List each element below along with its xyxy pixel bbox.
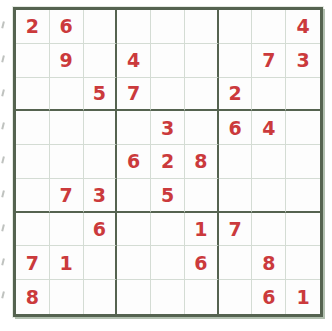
clipped-glyph	[1, 89, 9, 97]
cell-r4c4[interactable]	[117, 111, 151, 145]
cell-r5c2[interactable]	[50, 145, 84, 179]
cell-r1c6[interactable]	[185, 10, 219, 44]
cell-r1c2[interactable]: 6	[50, 10, 84, 44]
cell-r6c5[interactable]: 5	[151, 179, 185, 213]
cell-r1c5[interactable]	[151, 10, 185, 44]
cell-r9c8[interactable]: 6	[252, 280, 286, 314]
cell-r3c2[interactable]	[50, 78, 84, 112]
cell-r9c7[interactable]	[219, 280, 253, 314]
clipped-glyph	[1, 292, 9, 300]
cell-r5c1[interactable]	[16, 145, 50, 179]
clipped-glyph	[1, 123, 9, 131]
cell-r1c9[interactable]: 4	[286, 10, 320, 44]
cell-r9c3[interactable]	[84, 280, 118, 314]
cell-r7c6[interactable]: 1	[185, 213, 219, 247]
cell-r9c1[interactable]: 8	[16, 280, 50, 314]
cell-r8c2[interactable]: 1	[50, 246, 84, 280]
cell-r7c3[interactable]: 6	[84, 213, 118, 247]
cell-r3c4[interactable]: 7	[117, 78, 151, 112]
sudoku-board: 26494735723646287356177168861	[13, 7, 323, 317]
cell-r3c7[interactable]: 2	[219, 78, 253, 112]
cell-r5c7[interactable]	[219, 145, 253, 179]
cell-r5c3[interactable]	[84, 145, 118, 179]
clipped-glyph	[1, 224, 9, 232]
sudoku-screenshot: 26494735723646287356177168861	[0, 0, 332, 331]
cell-r3c5[interactable]	[151, 78, 185, 112]
cell-r3c3[interactable]: 5	[84, 78, 118, 112]
cell-r7c8[interactable]	[252, 213, 286, 247]
cell-r8c1[interactable]: 7	[16, 246, 50, 280]
cell-r3c9[interactable]	[286, 78, 320, 112]
cell-r2c7[interactable]	[219, 44, 253, 78]
cell-r6c9[interactable]	[286, 179, 320, 213]
cell-r8c4[interactable]	[117, 246, 151, 280]
cell-r3c1[interactable]	[16, 78, 50, 112]
cell-r9c9[interactable]: 1	[286, 280, 320, 314]
cell-r2c6[interactable]	[185, 44, 219, 78]
cell-r2c8[interactable]: 7	[252, 44, 286, 78]
cell-r6c4[interactable]	[117, 179, 151, 213]
cell-r3c8[interactable]	[252, 78, 286, 112]
cell-r6c8[interactable]	[252, 179, 286, 213]
cell-r4c2[interactable]	[50, 111, 84, 145]
cell-r9c4[interactable]	[117, 280, 151, 314]
clipped-glyph	[1, 190, 9, 198]
clipped-glyph	[1, 55, 9, 63]
cell-r4c1[interactable]	[16, 111, 50, 145]
cell-r4c8[interactable]: 4	[252, 111, 286, 145]
cell-r4c9[interactable]	[286, 111, 320, 145]
cell-r8c3[interactable]	[84, 246, 118, 280]
cell-r2c1[interactable]	[16, 44, 50, 78]
cell-r8c9[interactable]	[286, 246, 320, 280]
cell-r3c6[interactable]	[185, 78, 219, 112]
cell-r6c6[interactable]	[185, 179, 219, 213]
cell-r9c5[interactable]	[151, 280, 185, 314]
cell-r8c5[interactable]	[151, 246, 185, 280]
cell-r6c1[interactable]	[16, 179, 50, 213]
cell-r7c7[interactable]: 7	[219, 213, 253, 247]
clipped-glyph	[1, 21, 9, 29]
cell-r2c2[interactable]: 9	[50, 44, 84, 78]
cell-r7c1[interactable]	[16, 213, 50, 247]
cell-r5c6[interactable]: 8	[185, 145, 219, 179]
cell-r4c3[interactable]	[84, 111, 118, 145]
cell-r1c4[interactable]	[117, 10, 151, 44]
cell-r1c7[interactable]	[219, 10, 253, 44]
cell-r7c9[interactable]	[286, 213, 320, 247]
cell-r2c3[interactable]	[84, 44, 118, 78]
cell-r5c4[interactable]: 6	[117, 145, 151, 179]
cell-r7c2[interactable]	[50, 213, 84, 247]
cell-r9c6[interactable]	[185, 280, 219, 314]
cell-r6c3[interactable]: 3	[84, 179, 118, 213]
cell-r9c2[interactable]	[50, 280, 84, 314]
cell-r6c7[interactable]	[219, 179, 253, 213]
cell-r6c2[interactable]: 7	[50, 179, 84, 213]
cell-r8c7[interactable]	[219, 246, 253, 280]
clipped-glyph	[1, 156, 9, 164]
cell-r7c5[interactable]	[151, 213, 185, 247]
cell-r4c5[interactable]: 3	[151, 111, 185, 145]
cell-r1c3[interactable]	[84, 10, 118, 44]
cell-r1c8[interactable]	[252, 10, 286, 44]
cell-r8c6[interactable]: 6	[185, 246, 219, 280]
cell-r8c8[interactable]: 8	[252, 246, 286, 280]
cell-r4c6[interactable]	[185, 111, 219, 145]
cell-r5c8[interactable]	[252, 145, 286, 179]
cell-r7c4[interactable]	[117, 213, 151, 247]
cell-r1c1[interactable]: 2	[16, 10, 50, 44]
cell-r2c9[interactable]: 3	[286, 44, 320, 78]
cell-r2c5[interactable]	[151, 44, 185, 78]
cell-r4c7[interactable]: 6	[219, 111, 253, 145]
cell-r5c9[interactable]	[286, 145, 320, 179]
cell-r5c5[interactable]: 2	[151, 145, 185, 179]
cell-r2c4[interactable]: 4	[117, 44, 151, 78]
clipped-glyph	[1, 258, 9, 266]
